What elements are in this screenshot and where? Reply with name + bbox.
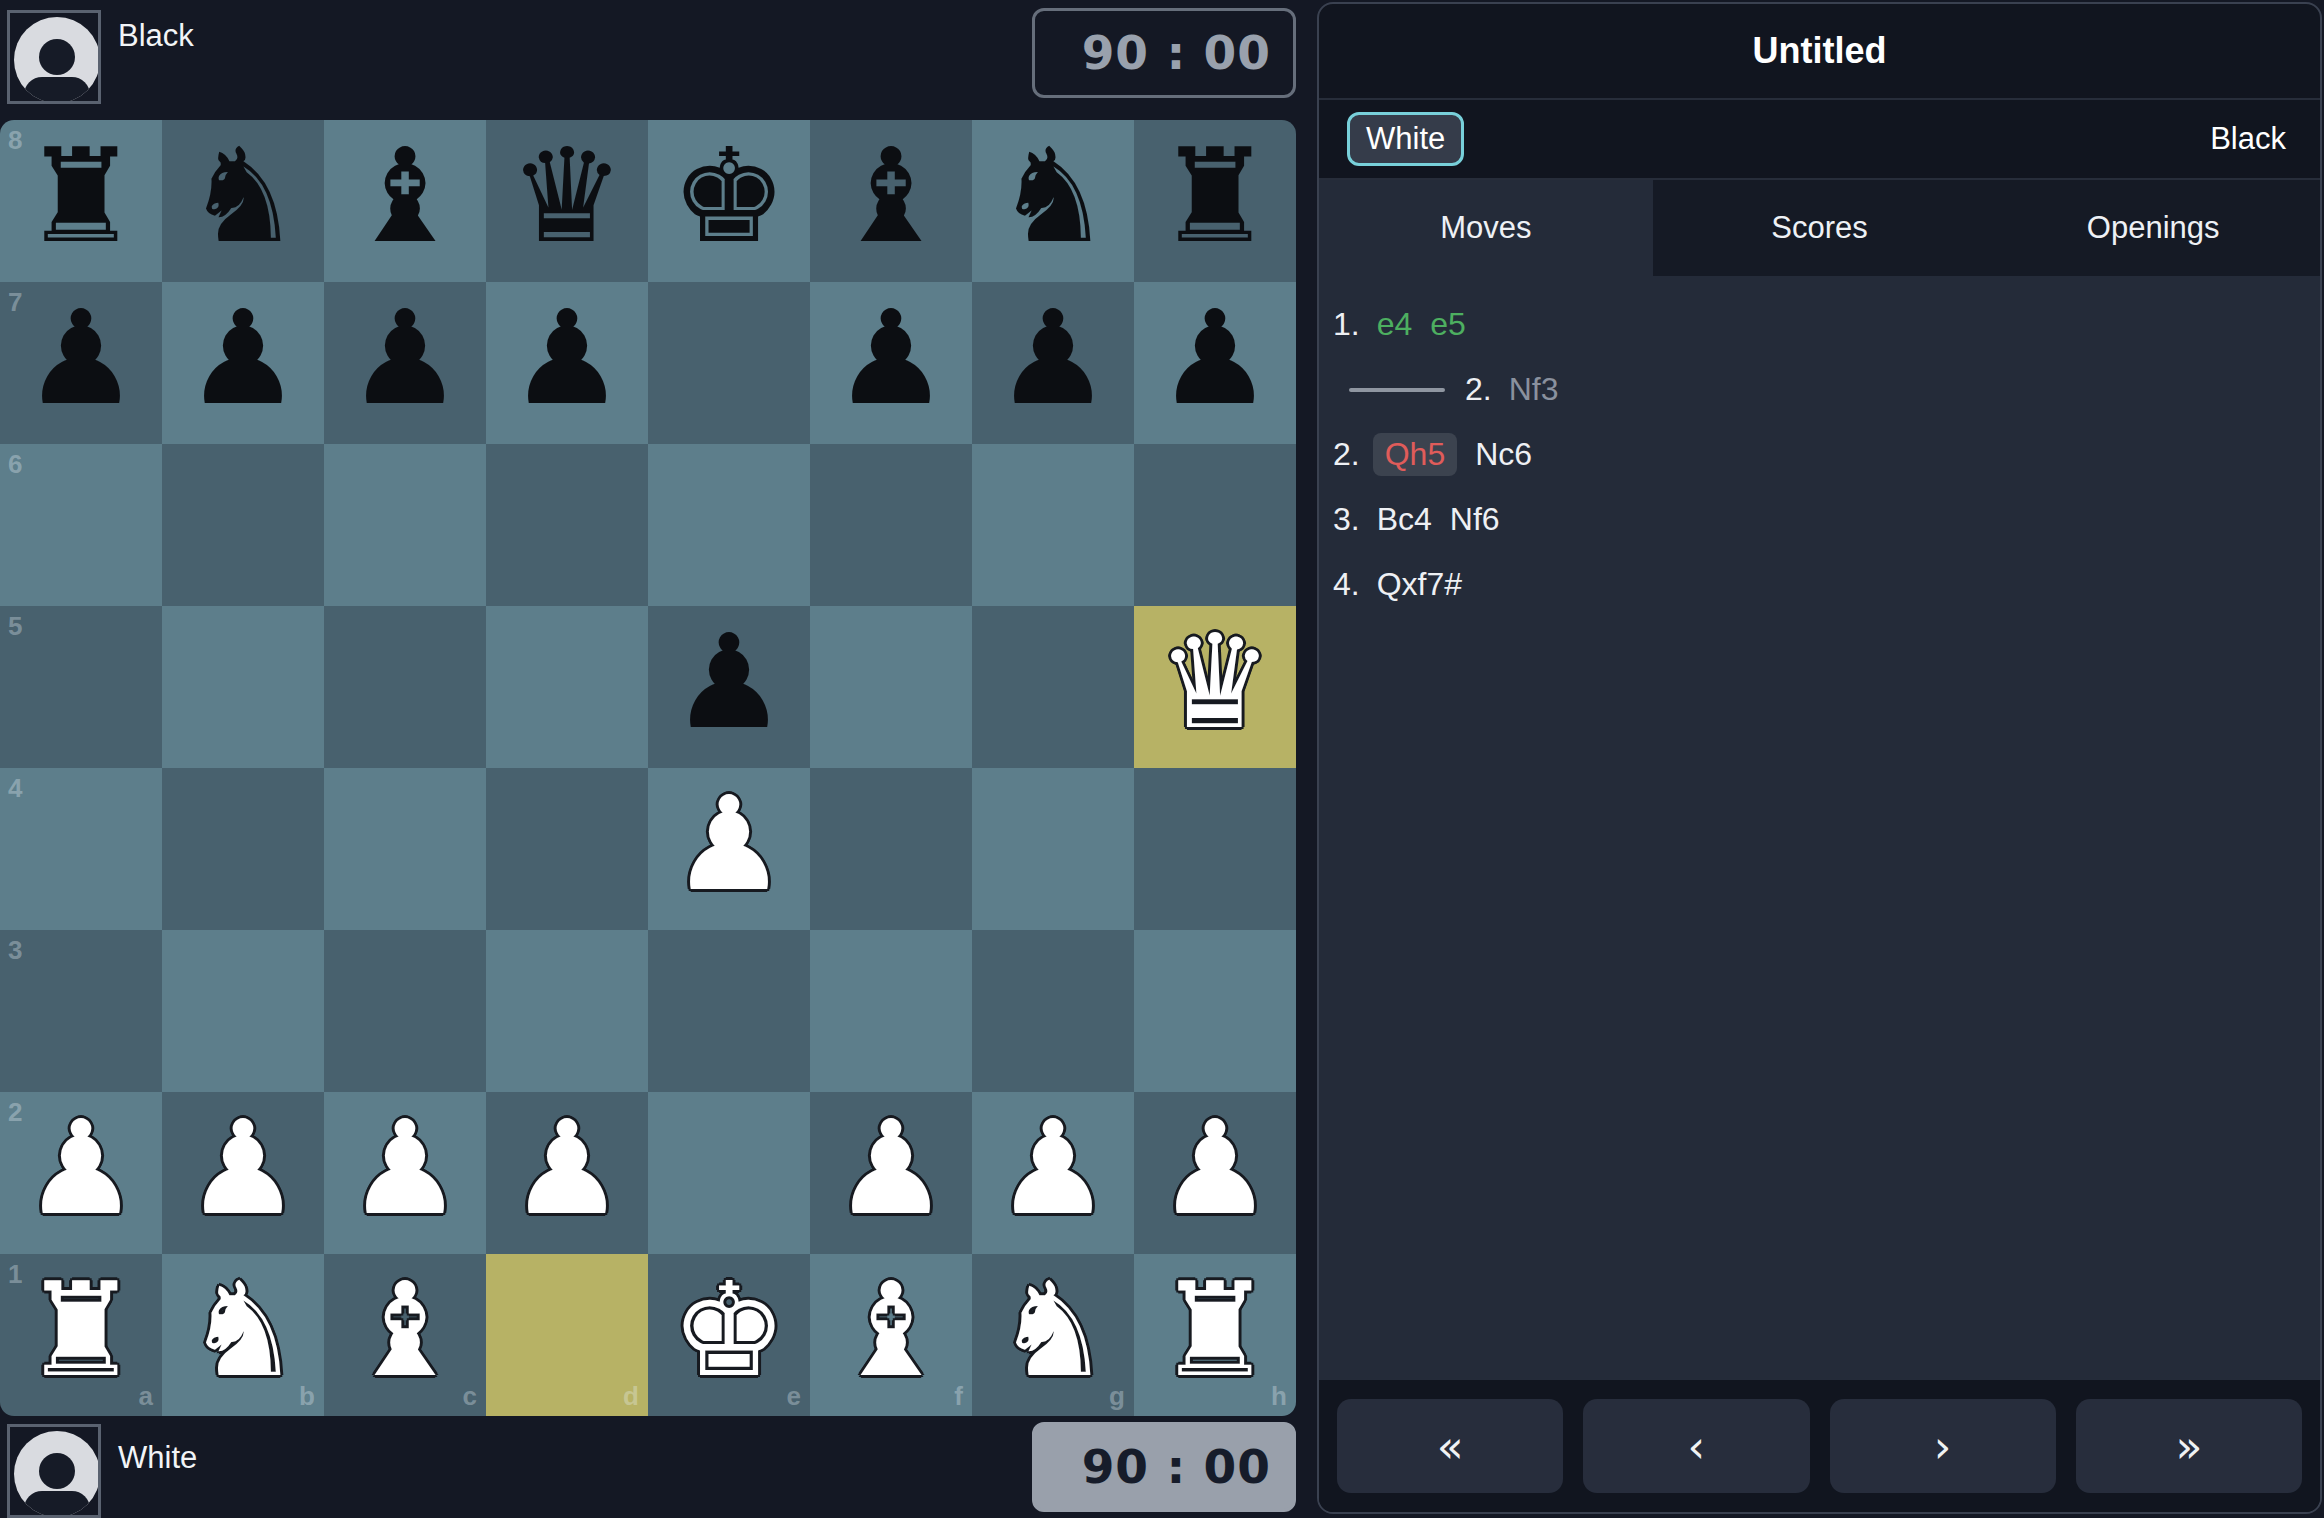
move-san-Qh5[interactable]: Qh5 (1373, 433, 1457, 476)
last-move-button[interactable]: » (2076, 1399, 2302, 1493)
piece-white-pawn-e4: ♟ (671, 779, 788, 909)
piece-black-pawn-c7: ♟ (347, 293, 464, 423)
move-row: 2.Qh5Nc6 (1319, 422, 2320, 487)
square-g4[interactable] (972, 768, 1134, 930)
person-icon (14, 1431, 100, 1517)
square-c2[interactable]: ♟ (324, 1092, 486, 1254)
piece-black-pawn-e5: ♟ (671, 617, 788, 747)
square-h7[interactable]: ♟ (1134, 282, 1296, 444)
square-c1[interactable]: c♝ (324, 1254, 486, 1416)
square-a6[interactable]: 6 (0, 444, 162, 606)
square-d8[interactable]: ♛ (486, 120, 648, 282)
square-d1[interactable]: d (486, 1254, 648, 1416)
move-san-Bc4[interactable]: Bc4 (1377, 501, 1432, 538)
square-d5[interactable] (486, 606, 648, 768)
piece-white-knight-b1: ♞ (185, 1265, 302, 1395)
panel-title-row: Untitled (1319, 4, 2320, 100)
side-black-label[interactable]: Black (2210, 121, 2286, 157)
square-e8[interactable]: ♚ (648, 120, 810, 282)
square-e6[interactable] (648, 444, 810, 606)
square-f4[interactable] (810, 768, 972, 930)
square-g8[interactable]: ♞ (972, 120, 1134, 282)
square-e3[interactable] (648, 930, 810, 1092)
move-san-Nf6[interactable]: Nf6 (1450, 501, 1500, 538)
square-a8[interactable]: 8♜ (0, 120, 162, 282)
piece-black-king-e8: ♚ (671, 131, 788, 261)
square-b3[interactable] (162, 930, 324, 1092)
move-nav-bar: « ‹ › » (1319, 1380, 2320, 1512)
square-c5[interactable] (324, 606, 486, 768)
piece-black-bishop-c8: ♝ (347, 131, 464, 261)
square-a4[interactable]: 4 (0, 768, 162, 930)
piece-white-rook-a1: ♜ (23, 1265, 140, 1395)
rank-label-4: 4 (8, 773, 22, 804)
square-c3[interactable] (324, 930, 486, 1092)
square-b1[interactable]: b♞ (162, 1254, 324, 1416)
square-d7[interactable]: ♟ (486, 282, 648, 444)
bottom-player-bar: White 90 : 00 (0, 1416, 1296, 1518)
square-a7[interactable]: 7♟ (0, 282, 162, 444)
piece-black-bishop-f8: ♝ (833, 131, 950, 261)
side-white-button[interactable]: White (1347, 112, 1464, 166)
square-g7[interactable]: ♟ (972, 282, 1134, 444)
move-row: 1.e4e5 (1319, 292, 2320, 357)
tab-scores[interactable]: Scores (1653, 180, 1987, 276)
square-d3[interactable] (486, 930, 648, 1092)
piece-white-king-e1: ♚ (671, 1265, 788, 1395)
variation-dash (1349, 388, 1445, 392)
piece-black-pawn-a7: ♟ (23, 293, 140, 423)
square-a1[interactable]: 1a♜ (0, 1254, 162, 1416)
rank-label-8: 8 (8, 125, 22, 156)
piece-white-pawn-b2: ♟ (185, 1103, 302, 1233)
move-number: 1. (1333, 306, 1360, 343)
square-g5[interactable] (972, 606, 1134, 768)
square-f8[interactable]: ♝ (810, 120, 972, 282)
piece-black-queen-d8: ♛ (509, 131, 626, 261)
piece-white-knight-g1: ♞ (995, 1265, 1112, 1395)
square-f2[interactable]: ♟ (810, 1092, 972, 1254)
square-f7[interactable]: ♟ (810, 282, 972, 444)
square-e5[interactable]: ♟ (648, 606, 810, 768)
square-g6[interactable] (972, 444, 1134, 606)
square-h6[interactable] (1134, 444, 1296, 606)
move-number: 2. (1333, 436, 1360, 473)
next-move-button[interactable]: › (1830, 1399, 2056, 1493)
file-label-g: g (1109, 1381, 1125, 1412)
variation-row: 2.Nf3 (1319, 357, 2320, 422)
piece-black-rook-a8: ♜ (23, 131, 140, 261)
white-avatar (7, 1424, 101, 1518)
square-d4[interactable] (486, 768, 648, 930)
black-avatar (7, 10, 101, 104)
piece-white-pawn-h2: ♟ (1157, 1103, 1274, 1233)
first-move-button[interactable]: « (1337, 1399, 1563, 1493)
file-label-e: e (787, 1381, 801, 1412)
square-c7[interactable]: ♟ (324, 282, 486, 444)
square-d6[interactable] (486, 444, 648, 606)
file-label-d: d (623, 1381, 639, 1412)
piece-black-rook-h8: ♜ (1157, 131, 1274, 261)
file-label-f: f (954, 1381, 963, 1412)
rank-label-3: 3 (8, 935, 22, 966)
square-b4[interactable] (162, 768, 324, 930)
analysis-panel: Untitled White Black Moves Scores Openin… (1317, 2, 2322, 1514)
square-g2[interactable]: ♟ (972, 1092, 1134, 1254)
game-title: Untitled (1753, 30, 1887, 72)
square-a2[interactable]: 2♟ (0, 1092, 162, 1254)
square-c8[interactable]: ♝ (324, 120, 486, 282)
square-g3[interactable] (972, 930, 1134, 1092)
tab-moves[interactable]: Moves (1319, 180, 1653, 276)
rank-label-5: 5 (8, 611, 22, 642)
square-f5[interactable] (810, 606, 972, 768)
square-a3[interactable]: 3 (0, 930, 162, 1092)
square-d2[interactable]: ♟ (486, 1092, 648, 1254)
piece-white-pawn-g2: ♟ (995, 1103, 1112, 1233)
piece-white-pawn-a2: ♟ (23, 1103, 140, 1233)
rank-label-7: 7 (8, 287, 22, 318)
square-h5[interactable]: ♛ (1134, 606, 1296, 768)
square-e7[interactable] (648, 282, 810, 444)
file-label-c: c (463, 1381, 477, 1412)
piece-black-pawn-f7: ♟ (833, 293, 950, 423)
square-h1[interactable]: h♜ (1134, 1254, 1296, 1416)
rank-label-2: 2 (8, 1097, 22, 1128)
panel-tabs: Moves Scores Openings (1319, 180, 2320, 276)
square-h4[interactable] (1134, 768, 1296, 930)
move-row: 3.Bc4Nf6 (1319, 487, 2320, 552)
square-f1[interactable]: f♝ (810, 1254, 972, 1416)
piece-white-rook-h1: ♜ (1157, 1265, 1274, 1395)
square-f6[interactable] (810, 444, 972, 606)
piece-black-pawn-g7: ♟ (995, 293, 1112, 423)
move-san-Qxf7[interactable]: Qxf7# (1377, 566, 1462, 603)
white-player-name: White (118, 1440, 197, 1476)
move-san-e5[interactable]: e5 (1430, 306, 1466, 343)
square-h3[interactable] (1134, 930, 1296, 1092)
square-e1[interactable]: e♚ (648, 1254, 810, 1416)
square-b5[interactable] (162, 606, 324, 768)
chess-board[interactable]: 8♜♞♝♛♚♝♞♜7♟♟♟♟♟♟♟65♟♛4♟32♟♟♟♟♟♟♟1a♜b♞c♝d… (0, 120, 1296, 1416)
prev-move-button[interactable]: ‹ (1583, 1399, 1809, 1493)
square-a5[interactable]: 5 (0, 606, 162, 768)
square-f3[interactable] (810, 930, 972, 1092)
black-clock: 90 : 00 (1032, 8, 1296, 98)
square-h2[interactable]: ♟ (1134, 1092, 1296, 1254)
rank-label-1: 1 (8, 1259, 22, 1290)
move-number: 2. (1465, 371, 1492, 408)
white-clock: 90 : 00 (1032, 1422, 1296, 1512)
move-san-Nf3[interactable]: Nf3 (1509, 371, 1559, 408)
piece-black-pawn-b7: ♟ (185, 293, 302, 423)
square-b8[interactable]: ♞ (162, 120, 324, 282)
piece-white-pawn-d2: ♟ (509, 1103, 626, 1233)
move-number: 4. (1333, 566, 1360, 603)
square-e4[interactable]: ♟ (648, 768, 810, 930)
move-list: 1.e4e52.Nf32.Qh5Nc63.Bc4Nf64.Qxf7# (1319, 276, 2320, 1380)
square-g1[interactable]: g♞ (972, 1254, 1134, 1416)
piece-black-knight-b8: ♞ (185, 131, 302, 261)
piece-black-pawn-d7: ♟ (509, 293, 626, 423)
square-b7[interactable]: ♟ (162, 282, 324, 444)
black-player-name: Black (118, 18, 194, 54)
move-san-e4[interactable]: e4 (1377, 306, 1413, 343)
file-label-a: a (139, 1381, 153, 1412)
piece-white-bishop-f1: ♝ (833, 1265, 950, 1395)
square-c6[interactable] (324, 444, 486, 606)
rank-label-6: 6 (8, 449, 22, 480)
piece-white-pawn-c2: ♟ (347, 1103, 464, 1233)
side-selector-row: White Black (1319, 100, 2320, 180)
piece-white-bishop-c1: ♝ (347, 1265, 464, 1395)
move-row: 4.Qxf7# (1319, 552, 2320, 617)
square-e2[interactable] (648, 1092, 810, 1254)
square-b6[interactable] (162, 444, 324, 606)
square-h8[interactable]: ♜ (1134, 120, 1296, 282)
move-number: 3. (1333, 501, 1360, 538)
square-c4[interactable] (324, 768, 486, 930)
file-label-h: h (1271, 1381, 1287, 1412)
piece-white-pawn-f2: ♟ (833, 1103, 950, 1233)
piece-black-knight-g8: ♞ (995, 131, 1112, 261)
file-label-b: b (299, 1381, 315, 1412)
tab-openings[interactable]: Openings (1986, 180, 2320, 276)
person-icon (14, 17, 100, 103)
square-b2[interactable]: ♟ (162, 1092, 324, 1254)
piece-white-queen-h5: ♛ (1157, 617, 1274, 747)
move-san-Nc6[interactable]: Nc6 (1475, 436, 1532, 473)
piece-black-pawn-h7: ♟ (1157, 293, 1274, 423)
top-player-bar: Black 90 : 00 (0, 0, 1296, 120)
